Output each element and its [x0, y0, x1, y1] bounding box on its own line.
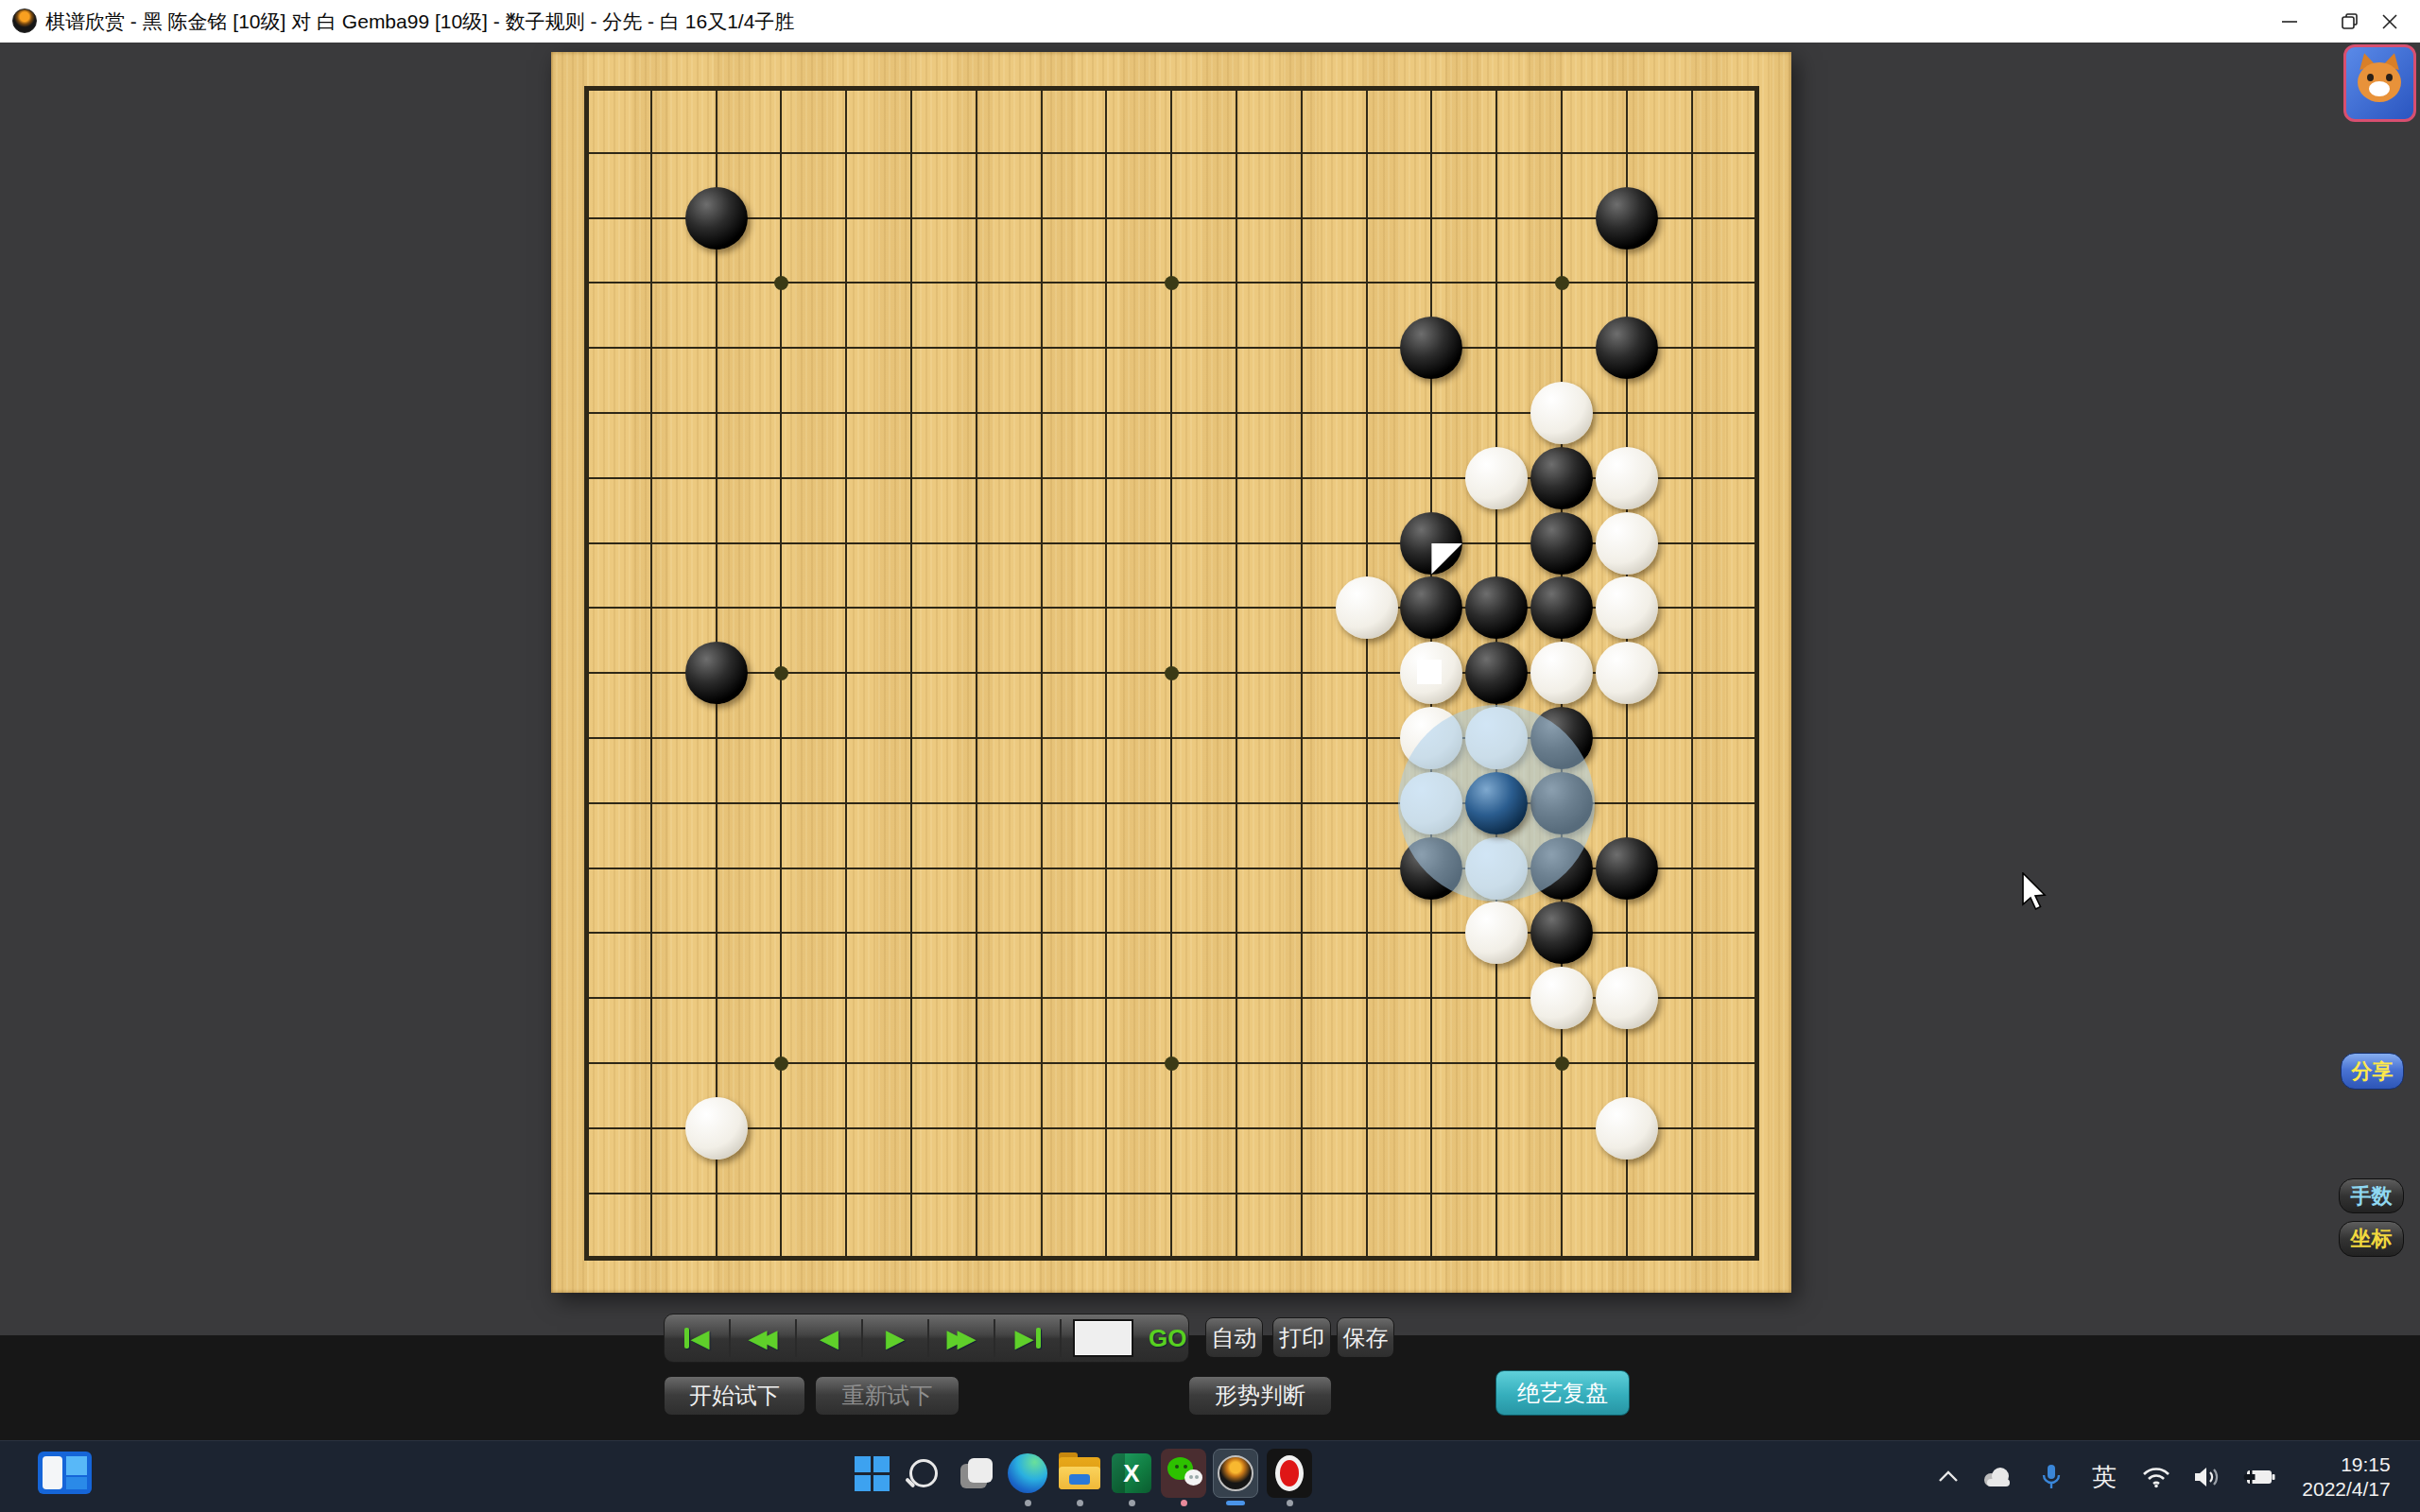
- system-tray: 英 19:15 20: [1927, 1441, 2420, 1512]
- close-button[interactable]: [2359, 0, 2420, 43]
- print-button[interactable]: 打印: [1272, 1317, 1331, 1358]
- battery-charging-icon: [2239, 1465, 2277, 1489]
- black-stone-R15[interactable]: [1596, 317, 1658, 379]
- grid-line: [584, 1193, 1759, 1194]
- volume-tray-button[interactable]: [2182, 1441, 2231, 1512]
- active-app-indicator: [1226, 1501, 1245, 1505]
- black-stone-P10[interactable]: [1465, 642, 1528, 704]
- tray-date: 2022/4/17: [2302, 1477, 2390, 1502]
- running-indicator-dot: [1129, 1500, 1135, 1506]
- star-point: [1555, 1057, 1569, 1071]
- square-marker: [1417, 660, 1442, 684]
- minimize-button[interactable]: [2259, 0, 2320, 43]
- wifi-tray-button[interactable]: [2131, 1441, 2182, 1512]
- nav-last-button[interactable]: ▶: [995, 1319, 1062, 1357]
- nav-arrow-glyph: ▶: [886, 1324, 905, 1353]
- avatar-dog-eye: [2386, 74, 2393, 81]
- cloud-icon: [1979, 1466, 2015, 1488]
- file-explorer-icon: [1059, 1457, 1100, 1489]
- white-stone-Q10[interactable]: [1530, 642, 1593, 704]
- white-stone-O10[interactable]: [1400, 642, 1462, 704]
- go-app-icon: [1218, 1455, 1253, 1491]
- wifi-icon: [2141, 1465, 2171, 1489]
- ai-review-button[interactable]: 绝艺复盘: [1495, 1370, 1630, 1416]
- replay-nav-bar: ◀◀◀◀▶▶▶▶ GO: [664, 1314, 1189, 1363]
- windows-logo-icon: [855, 1456, 890, 1491]
- task-view-icon: [953, 1451, 998, 1496]
- running-indicator-dot: [1025, 1500, 1031, 1506]
- title-bar: 棋谱欣赏 - 黑 陈金铭 [10级] 对 白 Gemba99 [10级] - 数…: [0, 0, 2420, 43]
- start-trial-button[interactable]: 开始试下: [664, 1376, 805, 1416]
- task-view-button[interactable]: [953, 1449, 998, 1498]
- window-title: 棋谱欣赏 - 黑 陈金铭 [10级] 对 白 Gemba99 [10级] - 数…: [45, 0, 794, 43]
- black-stone-O11[interactable]: [1400, 576, 1462, 639]
- edge-browser-button[interactable]: [1005, 1449, 1050, 1498]
- star-point: [1165, 276, 1179, 290]
- close-icon: [2379, 11, 2400, 32]
- star-point: [1165, 1057, 1179, 1071]
- black-stone-Q13[interactable]: [1530, 447, 1593, 509]
- onedrive-tray-button[interactable]: [1970, 1441, 2025, 1512]
- white-stone-P6[interactable]: [1465, 902, 1528, 964]
- auto-play-button[interactable]: 自动: [1205, 1317, 1263, 1358]
- microphone-tray-button[interactable]: [2025, 1441, 2078, 1512]
- search-icon: [909, 1459, 938, 1487]
- edge-icon: [1008, 1453, 1047, 1493]
- screen-record-button[interactable]: [1267, 1449, 1312, 1498]
- white-stone-Q5[interactable]: [1530, 967, 1593, 1029]
- save-button[interactable]: 保存: [1337, 1317, 1394, 1358]
- restart-trial-button[interactable]: 重新试下: [815, 1376, 959, 1416]
- grid-line: [584, 1127, 1759, 1129]
- black-stone-Q12[interactable]: [1530, 512, 1593, 575]
- nav-forward-button[interactable]: ▶: [863, 1319, 929, 1357]
- grid-line: [1236, 86, 1237, 1261]
- speaker-icon: [2192, 1465, 2221, 1489]
- excel-button[interactable]: X: [1109, 1449, 1154, 1498]
- white-stone-R12[interactable]: [1596, 512, 1658, 575]
- white-stone-R10[interactable]: [1596, 642, 1658, 704]
- minimize-icon: [2279, 11, 2300, 32]
- move-numbers-button[interactable]: 手数: [2339, 1178, 2404, 1213]
- white-stone-Q14[interactable]: [1530, 382, 1593, 444]
- black-stone-O12[interactable]: [1400, 512, 1462, 575]
- taskbar: X: [0, 1440, 2420, 1512]
- white-stone-C3[interactable]: [685, 1097, 748, 1160]
- wechat-icon-small-bubble: [1184, 1469, 1202, 1486]
- white-stone-R5[interactable]: [1596, 967, 1658, 1029]
- nav-bar-glyph: [1036, 1328, 1041, 1349]
- excel-icon: X: [1112, 1453, 1151, 1493]
- tray-time: 19:15: [2302, 1452, 2390, 1477]
- microphone-icon: [2041, 1463, 2062, 1491]
- white-stone-R11[interactable]: [1596, 576, 1658, 639]
- go-button[interactable]: GO: [1149, 1324, 1186, 1353]
- record-icon: [1275, 1455, 1304, 1491]
- nav-bar-glyph: [684, 1328, 689, 1349]
- avatar-dog-muzzle: [2369, 81, 2390, 96]
- search-button[interactable]: [901, 1449, 946, 1498]
- share-button[interactable]: 分享: [2341, 1053, 2404, 1090]
- nav-arrow-glyph: ◀: [820, 1324, 838, 1353]
- move-number-input[interactable]: [1073, 1319, 1133, 1357]
- black-stone-C17[interactable]: [685, 187, 748, 249]
- widgets-icon-pane: [66, 1477, 87, 1489]
- coordinates-button[interactable]: 坐标: [2339, 1221, 2404, 1257]
- app-logo-icon: [12, 9, 37, 33]
- mouse-cursor: [2022, 872, 2058, 916]
- running-indicator-dot: [1077, 1500, 1083, 1506]
- black-stone-Q11[interactable]: [1530, 576, 1593, 639]
- white-stone-R13[interactable]: [1596, 447, 1658, 509]
- black-stone-P11[interactable]: [1465, 576, 1528, 639]
- restore-icon: [2340, 11, 2360, 32]
- star-point: [1555, 276, 1569, 290]
- nav-fast-forward-button[interactable]: ▶▶: [929, 1319, 995, 1357]
- star-point: [1165, 666, 1179, 680]
- widgets-icon-pane: [66, 1456, 87, 1475]
- star-point: [774, 1057, 788, 1071]
- player-avatar[interactable]: [2343, 44, 2416, 122]
- go-board[interactable]: [551, 52, 1791, 1293]
- start-button[interactable]: [849, 1449, 894, 1498]
- nav-arrow-glyph: ◀◀: [749, 1324, 769, 1353]
- last-move-triangle-marker: [1431, 543, 1462, 575]
- black-stone-Q6[interactable]: [1530, 902, 1593, 964]
- nav-arrow-glyph: ◀: [691, 1324, 710, 1353]
- screen: { "window": { "title": "棋谱欣赏 - 黑 陈金铭 [10…: [0, 0, 2420, 1512]
- nav-first-button[interactable]: ◀: [665, 1319, 731, 1357]
- avatar-dog-eye: [2367, 74, 2374, 81]
- widgets-button[interactable]: [38, 1452, 92, 1494]
- notification-indicator-dot: [1181, 1500, 1187, 1506]
- battery-tray-button[interactable]: [2231, 1441, 2286, 1512]
- star-point: [774, 666, 788, 680]
- position-judge-button[interactable]: 形势判断: [1188, 1376, 1332, 1416]
- grid-line: [1301, 86, 1303, 1261]
- black-stone-C10[interactable]: [685, 642, 748, 704]
- star-point: [774, 276, 788, 290]
- wechat-button[interactable]: [1161, 1449, 1206, 1498]
- black-stone-O15[interactable]: [1400, 317, 1462, 379]
- white-stone-P13[interactable]: [1465, 447, 1528, 509]
- widgets-icon: [43, 1456, 62, 1489]
- file-explorer-button[interactable]: [1057, 1449, 1102, 1498]
- black-stone-R7[interactable]: [1596, 837, 1658, 900]
- white-stone-R3[interactable]: [1596, 1097, 1658, 1160]
- running-indicator-dot: [1287, 1500, 1293, 1506]
- grid-line: [1754, 86, 1759, 1261]
- go-app-button[interactable]: [1213, 1449, 1258, 1498]
- highlighted-black-stone-P8[interactable]: [1465, 772, 1528, 834]
- white-stone-N11[interactable]: [1336, 576, 1398, 639]
- tray-chevron-button[interactable]: [1927, 1441, 1970, 1512]
- nav-backward-button[interactable]: ◀: [797, 1319, 863, 1357]
- nav-fast-backward-button[interactable]: ◀◀: [731, 1319, 797, 1357]
- nav-arrow-glyph: ▶▶: [947, 1324, 968, 1353]
- black-stone-R17[interactable]: [1596, 187, 1658, 249]
- grid-line: [584, 1256, 1759, 1261]
- grid-line: [1691, 86, 1693, 1261]
- chevron-up-icon: [1937, 1468, 1960, 1486]
- clock[interactable]: 19:15 2022/4/17: [2286, 1441, 2407, 1512]
- grid-line: [1366, 86, 1368, 1261]
- ime-indicator[interactable]: 英: [2078, 1441, 2131, 1512]
